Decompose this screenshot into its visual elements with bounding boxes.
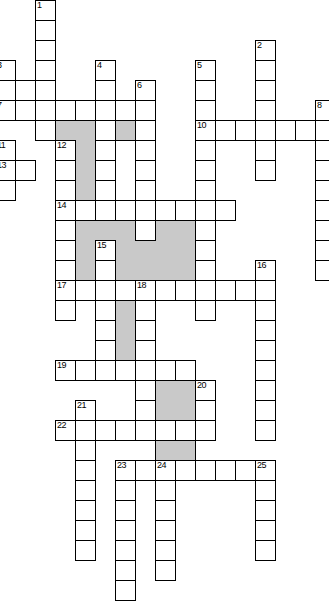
letter-cell[interactable] (115, 360, 136, 381)
letter-cell[interactable] (215, 460, 236, 481)
letter-cell[interactable] (315, 240, 329, 261)
clue-number: 6 (137, 81, 142, 90)
letter-cell[interactable] (195, 400, 216, 421)
blocked-cell (55, 120, 76, 141)
letter-cell[interactable] (115, 420, 136, 441)
letter-cell[interactable]: 5 (195, 60, 216, 81)
letter-cell[interactable] (55, 180, 76, 201)
letter-cell[interactable]: 12 (55, 140, 76, 161)
letter-cell[interactable]: 14 (55, 200, 76, 221)
letter-cell[interactable] (255, 400, 276, 421)
letter-cell[interactable] (275, 120, 296, 141)
blocked-cell (75, 160, 96, 181)
blocked-cell (175, 240, 196, 261)
letter-cell[interactable] (135, 200, 156, 221)
letter-cell[interactable]: 13 (0, 160, 16, 181)
letter-cell[interactable] (175, 420, 196, 441)
letter-cell[interactable] (135, 120, 156, 141)
letter-cell[interactable] (175, 200, 196, 221)
blocked-cell (155, 220, 176, 241)
letter-cell[interactable] (75, 420, 96, 441)
letter-cell[interactable] (95, 360, 116, 381)
letter-cell[interactable] (155, 520, 176, 541)
letter-cell[interactable] (95, 160, 116, 181)
letter-cell[interactable] (115, 560, 136, 581)
blocked-cell (75, 120, 96, 141)
clue-number: 22 (57, 421, 66, 430)
letter-cell[interactable]: 20 (195, 380, 216, 401)
letter-cell[interactable]: 16 (255, 260, 276, 281)
letter-cell[interactable] (55, 100, 76, 121)
letter-cell[interactable] (135, 360, 156, 381)
letter-cell[interactable] (155, 480, 176, 501)
letter-cell[interactable] (115, 480, 136, 501)
blocked-cell (155, 240, 176, 261)
letter-cell[interactable] (175, 280, 196, 301)
letter-cell[interactable]: 11 (0, 140, 16, 161)
letter-cell[interactable] (255, 380, 276, 401)
clue-number: 4 (97, 61, 102, 70)
letter-cell[interactable]: 23 (115, 460, 136, 481)
letter-cell[interactable] (115, 280, 136, 301)
letter-cell[interactable] (95, 340, 116, 361)
letter-cell[interactable] (255, 60, 276, 81)
letter-cell[interactable] (195, 260, 216, 281)
clue-number: 18 (137, 281, 146, 290)
letter-cell[interactable]: 8 (315, 100, 329, 121)
blocked-cell (175, 440, 196, 461)
letter-cell[interactable] (75, 280, 96, 301)
letter-cell[interactable] (195, 240, 216, 261)
letter-cell[interactable] (95, 280, 116, 301)
letter-cell[interactable] (95, 260, 116, 281)
blocked-cell (115, 220, 136, 241)
letter-cell[interactable] (195, 220, 216, 241)
letter-cell[interactable] (55, 160, 76, 181)
letter-cell[interactable]: 25 (255, 460, 276, 481)
letter-cell[interactable] (175, 460, 196, 481)
clue-number: 7 (0, 101, 2, 110)
letter-cell[interactable] (35, 20, 56, 41)
letter-cell[interactable] (35, 120, 56, 141)
clue-number: 5 (197, 61, 202, 70)
letter-cell[interactable] (95, 300, 116, 321)
blocked-cell (155, 400, 176, 421)
letter-cell[interactable] (255, 320, 276, 341)
blocked-cell (115, 340, 136, 361)
letter-cell[interactable] (215, 280, 236, 301)
letter-cell[interactable] (255, 340, 276, 361)
letter-cell[interactable] (95, 180, 116, 201)
letter-cell[interactable] (75, 500, 96, 521)
blocked-cell (115, 300, 136, 321)
letter-cell[interactable] (255, 360, 276, 381)
blocked-cell (115, 120, 136, 141)
letter-cell[interactable] (55, 220, 76, 241)
letter-cell[interactable] (155, 540, 176, 561)
letter-cell[interactable] (35, 60, 56, 81)
letter-cell[interactable] (95, 80, 116, 101)
letter-cell[interactable] (155, 360, 176, 381)
letter-cell[interactable] (95, 120, 116, 141)
clue-number: 24 (157, 461, 166, 470)
letter-cell[interactable] (135, 380, 156, 401)
letter-cell[interactable] (155, 420, 176, 441)
letter-cell[interactable] (55, 240, 76, 261)
letter-cell[interactable] (315, 220, 329, 241)
letter-cell[interactable] (195, 200, 216, 221)
letter-cell[interactable] (155, 280, 176, 301)
letter-cell[interactable]: 6 (135, 80, 156, 101)
letter-cell[interactable] (75, 360, 96, 381)
letter-cell[interactable]: 21 (75, 400, 96, 421)
letter-cell[interactable] (135, 220, 156, 241)
letter-cell[interactable] (135, 340, 156, 361)
letter-cell[interactable] (315, 160, 329, 181)
letter-cell[interactable]: 2 (255, 40, 276, 61)
letter-cell[interactable] (75, 460, 96, 481)
letter-cell[interactable] (255, 80, 276, 101)
clue-number: 20 (197, 381, 206, 390)
clue-number: 8 (317, 101, 322, 110)
letter-cell[interactable] (95, 140, 116, 161)
blocked-cell (75, 140, 96, 161)
clue-number: 1 (37, 1, 42, 10)
letter-cell[interactable] (255, 420, 276, 441)
blocked-cell (135, 240, 156, 261)
letter-cell[interactable] (155, 560, 176, 581)
blocked-cell (135, 260, 156, 281)
letter-cell[interactable] (95, 100, 116, 121)
blocked-cell (115, 320, 136, 341)
blocked-cell (155, 440, 176, 461)
letter-cell[interactable] (115, 100, 136, 121)
letter-cell[interactable] (235, 280, 256, 301)
letter-cell[interactable] (75, 200, 96, 221)
letter-cell[interactable] (55, 260, 76, 281)
blocked-cell (175, 380, 196, 401)
letter-cell[interactable] (15, 100, 36, 121)
letter-cell[interactable] (315, 180, 329, 201)
clue-number: 23 (117, 461, 126, 470)
blocked-cell (115, 240, 136, 261)
clue-number: 21 (77, 401, 86, 410)
letter-cell[interactable] (35, 100, 56, 121)
clue-number: 10 (197, 121, 206, 130)
letter-cell[interactable] (75, 540, 96, 561)
clue-number: 17 (57, 281, 66, 290)
letter-cell[interactable] (15, 160, 36, 181)
letter-cell[interactable] (195, 460, 216, 481)
letter-cell[interactable] (135, 460, 156, 481)
letter-cell[interactable] (0, 180, 16, 201)
letter-cell[interactable] (75, 520, 96, 541)
letter-cell[interactable] (55, 300, 76, 321)
letter-cell[interactable] (195, 80, 216, 101)
letter-cell[interactable] (155, 200, 176, 221)
letter-cell[interactable]: 24 (155, 460, 176, 481)
letter-cell[interactable] (135, 160, 156, 181)
letter-cell[interactable] (235, 120, 256, 141)
letter-cell[interactable] (135, 100, 156, 121)
letter-cell[interactable]: 17 (55, 280, 76, 301)
blocked-cell (155, 260, 176, 281)
letter-cell[interactable]: 3 (0, 60, 16, 81)
letter-cell[interactable] (175, 360, 196, 381)
clue-number: 16 (257, 261, 266, 270)
letter-cell[interactable] (255, 100, 276, 121)
letter-cell[interactable] (195, 180, 216, 201)
clue-number: 3 (0, 61, 2, 70)
clue-number: 2 (257, 41, 262, 50)
clue-number: 12 (57, 141, 66, 150)
letter-cell[interactable] (135, 400, 156, 421)
letter-cell[interactable] (115, 200, 136, 221)
letter-cell[interactable]: 18 (135, 280, 156, 301)
letter-cell[interactable] (255, 540, 276, 561)
letter-cell[interactable] (315, 200, 329, 221)
letter-cell[interactable] (255, 500, 276, 521)
letter-cell[interactable] (95, 420, 116, 441)
letter-cell[interactable] (115, 520, 136, 541)
letter-cell[interactable] (135, 140, 156, 161)
letter-cell[interactable] (255, 280, 276, 301)
letter-cell[interactable] (115, 540, 136, 561)
letter-cell[interactable]: 7 (0, 100, 16, 121)
letter-cell[interactable] (135, 320, 156, 341)
letter-cell[interactable] (135, 180, 156, 201)
letter-cell[interactable] (135, 300, 156, 321)
letter-cell[interactable] (135, 420, 156, 441)
blocked-cell (75, 240, 96, 261)
letter-cell[interactable] (115, 500, 136, 521)
letter-cell[interactable] (315, 120, 329, 141)
letter-cell[interactable] (95, 320, 116, 341)
letter-cell[interactable] (115, 580, 136, 601)
letter-cell[interactable] (315, 140, 329, 161)
letter-cell[interactable] (195, 140, 216, 161)
letter-cell[interactable] (195, 160, 216, 181)
letter-cell[interactable] (215, 200, 236, 221)
letter-cell[interactable] (0, 80, 16, 101)
clue-number: 25 (257, 461, 266, 470)
letter-cell[interactable]: 10 (195, 120, 216, 141)
letter-cell[interactable] (255, 120, 276, 141)
letter-cell[interactable] (195, 100, 216, 121)
letter-cell[interactable] (75, 440, 96, 461)
letter-cell[interactable] (255, 300, 276, 321)
letter-cell[interactable] (255, 520, 276, 541)
blocked-cell (75, 180, 96, 201)
letter-cell[interactable] (15, 80, 36, 101)
letter-cell[interactable] (255, 140, 276, 161)
letter-cell[interactable]: 22 (55, 420, 76, 441)
letter-cell[interactable] (95, 200, 116, 221)
letter-cell[interactable] (295, 120, 316, 141)
letter-cell[interactable] (235, 460, 256, 481)
letter-cell[interactable] (35, 80, 56, 101)
letter-cell[interactable] (255, 480, 276, 501)
letter-cell[interactable] (75, 480, 96, 501)
clue-number: 15 (97, 241, 106, 250)
clue-number: 11 (0, 141, 5, 150)
letter-cell[interactable] (195, 300, 216, 321)
letter-cell[interactable]: 1 (35, 0, 56, 21)
letter-cell[interactable] (75, 100, 96, 121)
letter-cell[interactable]: 4 (95, 60, 116, 81)
crossword-board: 1234567810111213141516171819202122232425 (0, 0, 329, 601)
clue-number: 19 (57, 361, 66, 370)
letter-cell[interactable] (315, 260, 329, 281)
blocked-cell (175, 400, 196, 421)
blocked-cell (175, 220, 196, 241)
blocked-cell (175, 260, 196, 281)
letter-cell[interactable] (195, 280, 216, 301)
letter-cell[interactable]: 15 (95, 240, 116, 261)
letter-cell[interactable] (195, 420, 216, 441)
letter-cell[interactable]: 19 (55, 360, 76, 381)
letter-cell[interactable] (35, 40, 56, 61)
blocked-cell (75, 260, 96, 281)
clue-number: 13 (0, 161, 6, 170)
letter-cell[interactable] (155, 500, 176, 521)
letter-cell[interactable] (255, 160, 276, 181)
blocked-cell (95, 220, 116, 241)
crossword-page: 1234567810111213141516171819202122232425 (0, 0, 329, 601)
blocked-cell (155, 380, 176, 401)
letter-cell[interactable] (215, 120, 236, 141)
blocked-cell (115, 260, 136, 281)
clue-number: 14 (57, 201, 66, 210)
blocked-cell (75, 220, 96, 241)
